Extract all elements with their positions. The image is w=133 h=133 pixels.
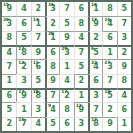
cell-r8c8[interactable]: 2 (102, 102, 116, 116)
cell-r7c7[interactable]: 3 (88, 88, 102, 102)
cell-digit: 3 (6, 20, 12, 28)
cell-digit: 9 (64, 34, 70, 42)
cell-digit: 7 (122, 20, 128, 28)
cell-digit: 1 (79, 92, 85, 100)
cell-digit: 9 (93, 20, 99, 28)
cell-r8c6[interactable]: 129 (74, 102, 88, 116)
cell-digit: 1 (122, 120, 128, 128)
cell-digit: 6 (122, 106, 128, 114)
cell-digit: 2 (21, 63, 27, 71)
cell-r8c7[interactable]: 7 (88, 102, 102, 116)
cage-sum: 6 (91, 47, 94, 52)
cell-r2c3[interactable]: 131 (31, 16, 45, 30)
cell-digit: 8 (6, 34, 12, 42)
cell-digit: 3 (50, 5, 56, 13)
cage-sum: 17 (18, 90, 24, 95)
cell-r9c2[interactable]: 117 (16, 117, 30, 131)
cell-digit: 5 (93, 49, 99, 57)
cell-digit: 9 (79, 106, 85, 114)
cell-r8c4[interactable]: 94 (45, 102, 59, 116)
cell-digit: 7 (21, 120, 27, 128)
cell-r9c1[interactable]: 2 (2, 117, 16, 131)
cage-sum: 29 (61, 47, 67, 52)
cage-sum: 14 (91, 3, 97, 8)
cell-r9c4[interactable]: 5 (45, 117, 59, 131)
cell-r7c5[interactable]: 172 (59, 88, 73, 102)
cell-r6c1[interactable]: 1 (2, 74, 16, 88)
cell-digit: 6 (79, 5, 85, 13)
cell-digit: 7 (6, 63, 12, 71)
cell-digit: 9 (122, 63, 128, 71)
cell-r5c6[interactable]: 5 (74, 59, 88, 73)
cage-sum: 11 (33, 61, 39, 66)
cell-r3c8[interactable]: 6 (102, 31, 116, 45)
cell-digit: 7 (79, 49, 85, 57)
cell-r8c1[interactable]: 5 (2, 102, 16, 116)
cage-sum: 15 (3, 3, 9, 8)
cell-r3c7[interactable]: 2 (88, 31, 102, 45)
cage-sum: 27 (104, 61, 110, 66)
cell-r6c2[interactable]: 3 (16, 74, 30, 88)
cage-sum: 12 (76, 104, 82, 109)
cage-sum: 28 (3, 18, 9, 23)
cell-r2c7[interactable]: 179 (88, 16, 102, 30)
cell-r7c1[interactable]: 6 (2, 88, 16, 102)
cell-r3c1[interactable]: 8 (2, 31, 16, 45)
cell-digit: 3 (122, 34, 128, 42)
cell-digit: 2 (36, 5, 42, 13)
cell-digit: 1 (64, 63, 70, 71)
cell-r2c1[interactable]: 283 (2, 16, 16, 30)
cell-r7c6[interactable]: 1 (74, 88, 88, 102)
cell-digit: 5 (64, 20, 70, 28)
cell-digit: 9 (6, 5, 12, 13)
cell-digit: 8 (122, 77, 128, 85)
cell-digit: 7 (50, 92, 56, 100)
cell-digit: 3 (21, 77, 27, 85)
cell-r7c4[interactable]: 7 (45, 88, 59, 102)
cell-digit: 2 (79, 77, 85, 85)
cell-digit: 4 (36, 120, 42, 128)
cell-r1c3[interactable]: 2 (31, 2, 45, 16)
cell-r6c8[interactable]: 7 (102, 74, 116, 88)
cell-r8c5[interactable]: 8 (59, 102, 73, 116)
cell-r4c9[interactable]: 2 (117, 45, 131, 59)
cell-r2c9[interactable]: 7 (117, 16, 131, 30)
cell-digit: 2 (50, 20, 56, 28)
cell-r1c4[interactable]: 313 (45, 2, 59, 16)
cell-r4c3[interactable]: 9 (31, 45, 45, 59)
cell-digit: 4 (122, 92, 128, 100)
cell-r1c1[interactable]: 159 (2, 2, 16, 16)
cell-r2c2[interactable]: 6 (16, 16, 30, 30)
cell-r9c7[interactable]: 178 (88, 117, 102, 131)
cell-r6c5[interactable]: 4 (59, 74, 73, 88)
cell-r2c5[interactable]: 5 (59, 16, 73, 30)
cage-sum: 31 (48, 3, 54, 8)
cell-digit: 9 (36, 49, 42, 57)
cell-r5c2[interactable]: 122 (16, 59, 30, 73)
cell-r5c9[interactable]: 9 (117, 59, 131, 73)
cell-digit: 3 (79, 120, 85, 128)
cell-digit: 9 (107, 120, 113, 128)
cell-r7c2[interactable]: 179 (16, 88, 30, 102)
cage-sum: 9 (48, 104, 51, 109)
cell-r1c9[interactable]: 5 (117, 2, 131, 16)
cell-r6c9[interactable]: 8 (117, 74, 131, 88)
cell-digit: 5 (36, 77, 42, 85)
cell-r3c4[interactable]: 281 (45, 31, 59, 45)
cell-digit: 9 (50, 77, 56, 85)
cell-digit: 1 (107, 49, 113, 57)
cell-digit: 3 (107, 63, 113, 71)
cell-digit: 4 (6, 49, 12, 57)
cell-digit: 4 (93, 63, 99, 71)
cell-digit: 5 (107, 92, 113, 100)
cage-sum: 18 (33, 90, 39, 95)
cage-sum: 22 (91, 61, 97, 66)
cage-sum: 17 (91, 118, 97, 123)
cell-r9c5[interactable]: 6 (59, 117, 73, 131)
cell-digit: 2 (64, 92, 70, 100)
cell-r3c2[interactable]: 5 (16, 31, 30, 45)
cell-r5c5[interactable]: 1 (59, 59, 73, 73)
killer-sudoku-board: 1594231376141852836131258179164785728194… (0, 0, 133, 133)
cell-digit: 2 (107, 106, 113, 114)
cell-digit: 9 (21, 92, 27, 100)
cell-r3c6[interactable]: 4 (74, 31, 88, 45)
cell-r4c7[interactable]: 65 (88, 45, 102, 59)
cage-sum: 17 (91, 18, 97, 23)
cage-sum: 16 (104, 18, 110, 23)
cell-r2c8[interactable]: 164 (102, 16, 116, 30)
cell-digit: 1 (6, 77, 12, 85)
cell-digit: 3 (36, 106, 42, 114)
cell-digit: 5 (6, 106, 12, 114)
cell-digit: 6 (21, 20, 27, 28)
cell-r1c6[interactable]: 6 (74, 2, 88, 16)
cell-digit: 1 (93, 5, 99, 13)
cell-digit: 6 (6, 92, 12, 100)
cell-digit: 3 (93, 92, 99, 100)
cell-digit: 6 (36, 63, 42, 71)
cell-digit: 4 (21, 5, 27, 13)
cell-r7c9[interactable]: 4 (117, 88, 131, 102)
cell-r7c8[interactable]: 185 (102, 88, 116, 102)
cell-r6c7[interactable]: 6 (88, 74, 102, 88)
cell-digit: 7 (93, 106, 99, 114)
cell-digit: 7 (36, 34, 42, 42)
cell-digit: 4 (79, 34, 85, 42)
cage-sum: 17 (61, 90, 67, 95)
cell-digit: 6 (64, 120, 70, 128)
cell-r9c3[interactable]: 4 (31, 117, 45, 131)
cell-digit: 2 (122, 49, 128, 57)
cell-digit: 2 (6, 120, 12, 128)
cell-digit: 8 (36, 92, 42, 100)
cell-r6c3[interactable]: 5 (31, 74, 45, 88)
cell-r3c9[interactable]: 3 (117, 31, 131, 45)
cell-digit: 5 (122, 5, 128, 13)
cage-sum: 17 (18, 47, 24, 52)
cell-r6c6[interactable]: 2 (74, 74, 88, 88)
cage-sum: 28 (48, 32, 54, 37)
cage-sum: 13 (33, 18, 39, 23)
cell-r1c5[interactable]: 7 (59, 2, 73, 16)
cell-r9c9[interactable]: 1 (117, 117, 131, 131)
cell-r2c4[interactable]: 2 (45, 16, 59, 30)
cell-r2c6[interactable]: 8 (74, 16, 88, 30)
cell-r3c5[interactable]: 9 (59, 31, 73, 45)
cell-digit: 2 (93, 34, 99, 42)
cell-digit: 8 (79, 20, 85, 28)
cell-r8c9[interactable]: 6 (117, 102, 131, 116)
cell-r1c2[interactable]: 4 (16, 2, 30, 16)
cell-r4c2[interactable]: 178 (16, 45, 30, 59)
cell-digit: 6 (107, 34, 113, 42)
cell-r8c3[interactable]: 3 (31, 102, 45, 116)
cell-digit: 7 (64, 5, 70, 13)
cell-r7c3[interactable]: 188 (31, 88, 45, 102)
cell-digit: 5 (79, 63, 85, 71)
cell-digit: 1 (36, 20, 42, 28)
cell-digit: 6 (50, 49, 56, 57)
cell-digit: 8 (64, 106, 70, 114)
cell-r9c6[interactable]: 3 (74, 117, 88, 131)
cell-digit: 8 (107, 5, 113, 13)
cell-r4c4[interactable]: 6 (45, 45, 59, 59)
cell-r4c8[interactable]: 1 (102, 45, 116, 59)
cell-r4c1[interactable]: 4 (2, 45, 16, 59)
cell-digit: 4 (107, 20, 113, 28)
cell-digit: 1 (21, 106, 27, 114)
cell-r4c5[interactable]: 293 (59, 45, 73, 59)
cage-sum: 18 (104, 90, 110, 95)
cell-r3c3[interactable]: 7 (31, 31, 45, 45)
cell-digit: 8 (21, 49, 27, 57)
cell-digit: 1 (50, 34, 56, 42)
cell-r9c8[interactable]: 9 (102, 117, 116, 131)
cage-sum: 11 (18, 118, 24, 123)
cell-digit: 4 (50, 106, 56, 114)
cell-digit: 8 (93, 120, 99, 128)
cell-digit: 6 (93, 77, 99, 85)
cell-r1c7[interactable]: 141 (88, 2, 102, 16)
cell-digit: 3 (64, 49, 70, 57)
cell-r6c4[interactable]: 9 (45, 74, 59, 88)
cell-digit: 5 (50, 120, 56, 128)
cage-sum: 12 (18, 61, 24, 66)
cell-r8c2[interactable]: 1 (16, 102, 30, 116)
cell-digit: 5 (21, 34, 27, 42)
cell-r5c7[interactable]: 224 (88, 59, 102, 73)
cell-r5c4[interactable]: 8 (45, 59, 59, 73)
cell-r4c6[interactable]: 7 (74, 45, 88, 59)
cell-r5c1[interactable]: 7 (2, 59, 16, 73)
cell-digit: 4 (64, 77, 70, 85)
cell-r5c3[interactable]: 116 (31, 59, 45, 73)
cell-digit: 8 (50, 63, 56, 71)
cell-digit: 7 (107, 77, 113, 85)
cell-r1c8[interactable]: 8 (102, 2, 116, 16)
cell-r5c8[interactable]: 273 (102, 59, 116, 73)
